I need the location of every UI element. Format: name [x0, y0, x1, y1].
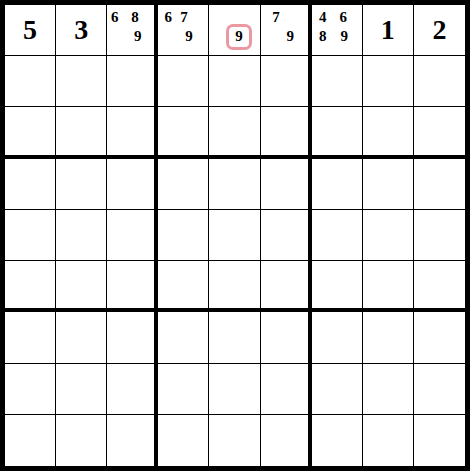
sudoku-cell-r1c1[interactable]: 5: [5, 5, 56, 56]
sudoku-cell-r6c4[interactable]: [158, 261, 209, 312]
sudoku-cell-r4c5[interactable]: [209, 159, 260, 210]
sudoku-cell-r3c2[interactable]: [56, 107, 107, 158]
sudoku-cell-r9c5[interactable]: [209, 415, 260, 466]
sudoku-cell-r5c4[interactable]: [158, 210, 209, 261]
sudoku-cell-r9c7[interactable]: [312, 415, 363, 466]
sudoku-cell-r7c4[interactable]: [158, 312, 209, 363]
sudoku-cell-r6c9[interactable]: [414, 261, 465, 312]
sudoku-cell-r7c8[interactable]: [363, 312, 414, 363]
given-digit: 3: [74, 16, 88, 44]
sudoku-cell-r9c1[interactable]: [5, 415, 56, 466]
sudoku-cell-r2c6[interactable]: [261, 56, 312, 107]
sudoku-cell-r5c2[interactable]: [56, 210, 107, 261]
sudoku-cell-r8c1[interactable]: [5, 364, 56, 415]
sudoku-cell-r8c2[interactable]: [56, 364, 107, 415]
given-digit: 1: [381, 16, 395, 44]
sudoku-cell-r1c3[interactable]: 689: [107, 5, 158, 56]
pencil-mark: 9: [286, 28, 294, 43]
sudoku-cell-r4c1[interactable]: [5, 159, 56, 210]
sudoku-cell-r4c8[interactable]: [363, 159, 414, 210]
sudoku-cell-r2c8[interactable]: [363, 56, 414, 107]
sudoku-cell-r2c1[interactable]: [5, 56, 56, 107]
sudoku-cell-r8c7[interactable]: [312, 364, 363, 415]
sudoku-cell-r3c6[interactable]: [261, 107, 312, 158]
pencil-mark: 7: [180, 10, 188, 25]
sudoku-cell-r9c6[interactable]: [261, 415, 312, 466]
sudoku-cell-r6c6[interactable]: [261, 261, 312, 312]
sudoku-cell-r1c6[interactable]: 79: [261, 5, 312, 56]
sudoku-cell-r6c2[interactable]: [56, 261, 107, 312]
sudoku-cell-r4c7[interactable]: [312, 159, 363, 210]
sudoku-cell-r1c4[interactable]: 679: [158, 5, 209, 56]
sudoku-cell-r4c2[interactable]: [56, 159, 107, 210]
sudoku-cell-r6c8[interactable]: [363, 261, 414, 312]
given-digit: 2: [432, 16, 446, 44]
sudoku-cell-r2c4[interactable]: [158, 56, 209, 107]
sudoku-cell-r7c6[interactable]: [261, 312, 312, 363]
sudoku-cell-r6c7[interactable]: [312, 261, 363, 312]
sudoku-cell-r6c1[interactable]: [5, 261, 56, 312]
sudoku-cell-r6c5[interactable]: [209, 261, 260, 312]
sudoku-cell-r4c3[interactable]: [107, 159, 158, 210]
sudoku-cell-r9c4[interactable]: [158, 415, 209, 466]
sudoku-cell-r7c7[interactable]: [312, 312, 363, 363]
pencil-mark: 6: [111, 10, 119, 25]
sudoku-cell-r3c5[interactable]: [209, 107, 260, 158]
pencil-mark: 6: [165, 10, 173, 25]
sudoku-cell-r7c2[interactable]: [56, 312, 107, 363]
sudoku-cell-r1c8[interactable]: 1: [363, 5, 414, 56]
sudoku-cell-r2c2[interactable]: [56, 56, 107, 107]
sudoku-cell-r3c9[interactable]: [414, 107, 465, 158]
pencil-mark: 9: [340, 28, 348, 43]
sudoku-cell-r4c6[interactable]: [261, 159, 312, 210]
sudoku-cell-r5c5[interactable]: [209, 210, 260, 261]
sudoku-cell-r9c9[interactable]: [414, 415, 465, 466]
sudoku-cell-r8c3[interactable]: [107, 364, 158, 415]
sudoku-cell-r3c4[interactable]: [158, 107, 209, 158]
sudoku-cell-r3c1[interactable]: [5, 107, 56, 158]
sudoku-cell-r3c3[interactable]: [107, 107, 158, 158]
sudoku-cell-r9c3[interactable]: [107, 415, 158, 466]
sudoku-cell-r5c9[interactable]: [414, 210, 465, 261]
sudoku-cell-r9c8[interactable]: [363, 415, 414, 466]
sudoku-board: 53689679979468912: [0, 0, 470, 471]
sudoku-cell-r8c9[interactable]: [414, 364, 465, 415]
pencil-mark: 8: [319, 28, 327, 43]
sudoku-cell-r3c7[interactable]: [312, 107, 363, 158]
sudoku-cell-r7c9[interactable]: [414, 312, 465, 363]
sudoku-cell-r5c1[interactable]: [5, 210, 56, 261]
sudoku-cell-r2c9[interactable]: [414, 56, 465, 107]
sudoku-cell-r8c5[interactable]: [209, 364, 260, 415]
pencil-mark: 9: [134, 28, 142, 43]
pencil-mark: 9: [235, 29, 243, 44]
sudoku-cell-r8c8[interactable]: [363, 364, 414, 415]
sudoku-cell-r1c9[interactable]: 2: [414, 5, 465, 56]
sudoku-cell-r2c7[interactable]: [312, 56, 363, 107]
sudoku-cell-r5c7[interactable]: [312, 210, 363, 261]
given-digit: 5: [23, 16, 37, 44]
sudoku-cell-r8c4[interactable]: [158, 364, 209, 415]
sudoku-cell-r4c9[interactable]: [414, 159, 465, 210]
sudoku-cell-r1c7[interactable]: 4689: [312, 5, 363, 56]
sudoku-cell-r8c6[interactable]: [261, 364, 312, 415]
sudoku-cell-r1c2[interactable]: 3: [56, 5, 107, 56]
sudoku-cell-r7c5[interactable]: [209, 312, 260, 363]
sudoku-cell-r6c3[interactable]: [107, 261, 158, 312]
pencil-mark: 9: [185, 28, 193, 43]
sudoku-cell-r5c3[interactable]: [107, 210, 158, 261]
pencil-mark: 6: [339, 10, 347, 25]
pencil-mark: 4: [319, 10, 327, 25]
sudoku-cell-r7c1[interactable]: [5, 312, 56, 363]
pencil-mark: 7: [272, 10, 280, 25]
sudoku-cell-r2c5[interactable]: [209, 56, 260, 107]
pencil-mark: 8: [131, 10, 139, 25]
sudoku-cell-r5c8[interactable]: [363, 210, 414, 261]
sudoku-cell-r7c3[interactable]: [107, 312, 158, 363]
sudoku-cell-r3c8[interactable]: [363, 107, 414, 158]
sudoku-cell-r4c4[interactable]: [158, 159, 209, 210]
sudoku-cell-r5c6[interactable]: [261, 210, 312, 261]
highlighted-candidate-box: 9: [226, 24, 252, 50]
sudoku-cell-r2c3[interactable]: [107, 56, 158, 107]
sudoku-cell-r1c5[interactable]: 9: [209, 5, 260, 56]
sudoku-cell-r9c2[interactable]: [56, 415, 107, 466]
